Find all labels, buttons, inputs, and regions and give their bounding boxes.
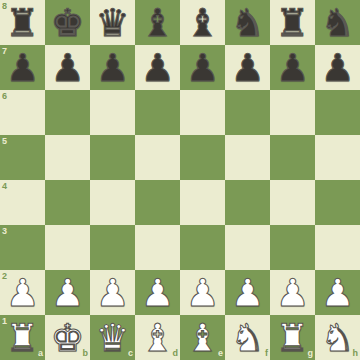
piece-white-rook[interactable]: ♜ — [270, 315, 315, 360]
square-e7[interactable]: ♟ — [180, 45, 225, 90]
piece-black-pawn[interactable]: ♟ — [225, 45, 270, 90]
square-a2[interactable]: 2♟ — [0, 270, 45, 315]
piece-white-pawn[interactable]: ♟ — [315, 270, 360, 315]
rank-label-5: 5 — [2, 137, 7, 146]
square-h3[interactable] — [315, 225, 360, 270]
piece-white-bishop[interactable]: ♝ — [180, 315, 225, 360]
square-d1[interactable]: d♝ — [135, 315, 180, 360]
piece-white-pawn[interactable]: ♟ — [180, 270, 225, 315]
square-d6[interactable] — [135, 90, 180, 135]
piece-black-pawn[interactable]: ♟ — [135, 45, 180, 90]
square-e6[interactable] — [180, 90, 225, 135]
square-b8[interactable]: ♚ — [45, 0, 90, 45]
square-c7[interactable]: ♟ — [90, 45, 135, 90]
square-c3[interactable] — [90, 225, 135, 270]
square-d3[interactable] — [135, 225, 180, 270]
rank-label-3: 3 — [2, 227, 7, 236]
square-f4[interactable] — [225, 180, 270, 225]
square-c8[interactable]: ♛ — [90, 0, 135, 45]
square-g5[interactable] — [270, 135, 315, 180]
square-h5[interactable] — [315, 135, 360, 180]
square-h8[interactable]: ♞ — [315, 0, 360, 45]
square-c5[interactable] — [90, 135, 135, 180]
square-d5[interactable] — [135, 135, 180, 180]
piece-black-queen[interactable]: ♛ — [90, 0, 135, 45]
piece-black-bishop[interactable]: ♝ — [135, 0, 180, 45]
piece-black-pawn[interactable]: ♟ — [0, 45, 45, 90]
square-f1[interactable]: f♞ — [225, 315, 270, 360]
piece-black-king[interactable]: ♚ — [45, 0, 90, 45]
square-d8[interactable]: ♝ — [135, 0, 180, 45]
square-b4[interactable] — [45, 180, 90, 225]
square-a8[interactable]: 8♜ — [0, 0, 45, 45]
piece-white-king[interactable]: ♚ — [45, 315, 90, 360]
piece-white-knight[interactable]: ♞ — [315, 315, 360, 360]
square-g3[interactable] — [270, 225, 315, 270]
square-f5[interactable] — [225, 135, 270, 180]
square-e2[interactable]: ♟ — [180, 270, 225, 315]
piece-black-pawn[interactable]: ♟ — [270, 45, 315, 90]
square-b7[interactable]: ♟ — [45, 45, 90, 90]
piece-black-knight[interactable]: ♞ — [315, 0, 360, 45]
square-g7[interactable]: ♟ — [270, 45, 315, 90]
piece-white-pawn[interactable]: ♟ — [270, 270, 315, 315]
piece-black-pawn[interactable]: ♟ — [315, 45, 360, 90]
square-a5[interactable]: 5 — [0, 135, 45, 180]
square-c4[interactable] — [90, 180, 135, 225]
square-h1[interactable]: h♞ — [315, 315, 360, 360]
square-e8[interactable]: ♝ — [180, 0, 225, 45]
piece-white-pawn[interactable]: ♟ — [45, 270, 90, 315]
square-g1[interactable]: g♜ — [270, 315, 315, 360]
rank-label-4: 4 — [2, 182, 7, 191]
square-h6[interactable] — [315, 90, 360, 135]
rank-label-6: 6 — [2, 92, 7, 101]
square-e3[interactable] — [180, 225, 225, 270]
square-c2[interactable]: ♟ — [90, 270, 135, 315]
square-b2[interactable]: ♟ — [45, 270, 90, 315]
square-a7[interactable]: 7♟ — [0, 45, 45, 90]
square-f2[interactable]: ♟ — [225, 270, 270, 315]
square-f8[interactable]: ♞ — [225, 0, 270, 45]
piece-black-rook[interactable]: ♜ — [270, 0, 315, 45]
square-b5[interactable] — [45, 135, 90, 180]
chess-board: 8♜♚♛♝♝♞♜♞7♟♟♟♟♟♟♟♟65432♟♟♟♟♟♟♟♟1a♜b♚c♛d♝… — [0, 0, 360, 360]
square-e5[interactable] — [180, 135, 225, 180]
piece-white-pawn[interactable]: ♟ — [90, 270, 135, 315]
square-a3[interactable]: 3 — [0, 225, 45, 270]
square-g6[interactable] — [270, 90, 315, 135]
square-h2[interactable]: ♟ — [315, 270, 360, 315]
square-d4[interactable] — [135, 180, 180, 225]
piece-black-pawn[interactable]: ♟ — [90, 45, 135, 90]
piece-white-pawn[interactable]: ♟ — [225, 270, 270, 315]
square-a1[interactable]: 1a♜ — [0, 315, 45, 360]
square-g4[interactable] — [270, 180, 315, 225]
piece-black-bishop[interactable]: ♝ — [180, 0, 225, 45]
square-b6[interactable] — [45, 90, 90, 135]
piece-black-rook[interactable]: ♜ — [0, 0, 45, 45]
square-g8[interactable]: ♜ — [270, 0, 315, 45]
square-b1[interactable]: b♚ — [45, 315, 90, 360]
square-b3[interactable] — [45, 225, 90, 270]
square-h7[interactable]: ♟ — [315, 45, 360, 90]
piece-black-pawn[interactable]: ♟ — [45, 45, 90, 90]
square-a6[interactable]: 6 — [0, 90, 45, 135]
piece-white-knight[interactable]: ♞ — [225, 315, 270, 360]
square-g2[interactable]: ♟ — [270, 270, 315, 315]
square-e1[interactable]: e♝ — [180, 315, 225, 360]
square-e4[interactable] — [180, 180, 225, 225]
piece-white-pawn[interactable]: ♟ — [135, 270, 180, 315]
square-d2[interactable]: ♟ — [135, 270, 180, 315]
square-a4[interactable]: 4 — [0, 180, 45, 225]
piece-white-queen[interactable]: ♛ — [90, 315, 135, 360]
square-f6[interactable] — [225, 90, 270, 135]
square-f3[interactable] — [225, 225, 270, 270]
square-h4[interactable] — [315, 180, 360, 225]
piece-white-bishop[interactable]: ♝ — [135, 315, 180, 360]
square-f7[interactable]: ♟ — [225, 45, 270, 90]
square-c1[interactable]: c♛ — [90, 315, 135, 360]
piece-white-pawn[interactable]: ♟ — [0, 270, 45, 315]
piece-black-pawn[interactable]: ♟ — [180, 45, 225, 90]
piece-white-rook[interactable]: ♜ — [0, 315, 45, 360]
square-d7[interactable]: ♟ — [135, 45, 180, 90]
square-c6[interactable] — [90, 90, 135, 135]
piece-black-knight[interactable]: ♞ — [225, 0, 270, 45]
